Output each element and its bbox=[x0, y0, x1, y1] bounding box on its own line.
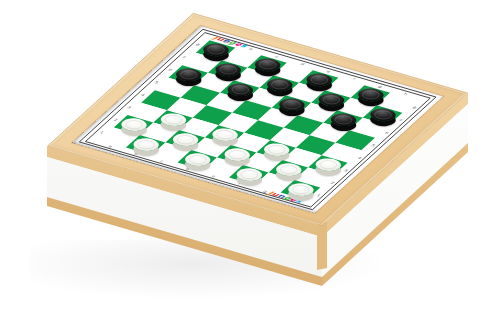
checker-black[interactable] bbox=[327, 111, 361, 128]
product-photo: abcdefgh abcdefgh 87654321 87654321 Jung… bbox=[0, 0, 500, 309]
checker-white[interactable] bbox=[260, 141, 294, 158]
checker-white[interactable] bbox=[169, 131, 203, 148]
checker-black[interactable] bbox=[315, 91, 349, 108]
checker-black[interactable] bbox=[223, 81, 257, 98]
checker-white[interactable] bbox=[208, 126, 242, 143]
checker-white[interactable] bbox=[272, 161, 306, 178]
checker-black[interactable] bbox=[211, 61, 245, 78]
checker-black[interactable] bbox=[275, 96, 309, 113]
checker-white[interactable] bbox=[157, 111, 191, 128]
checker-white[interactable] bbox=[220, 146, 254, 163]
checker-black[interactable] bbox=[172, 66, 206, 83]
checker-white[interactable] bbox=[117, 116, 151, 133]
checker-black[interactable] bbox=[263, 76, 297, 93]
